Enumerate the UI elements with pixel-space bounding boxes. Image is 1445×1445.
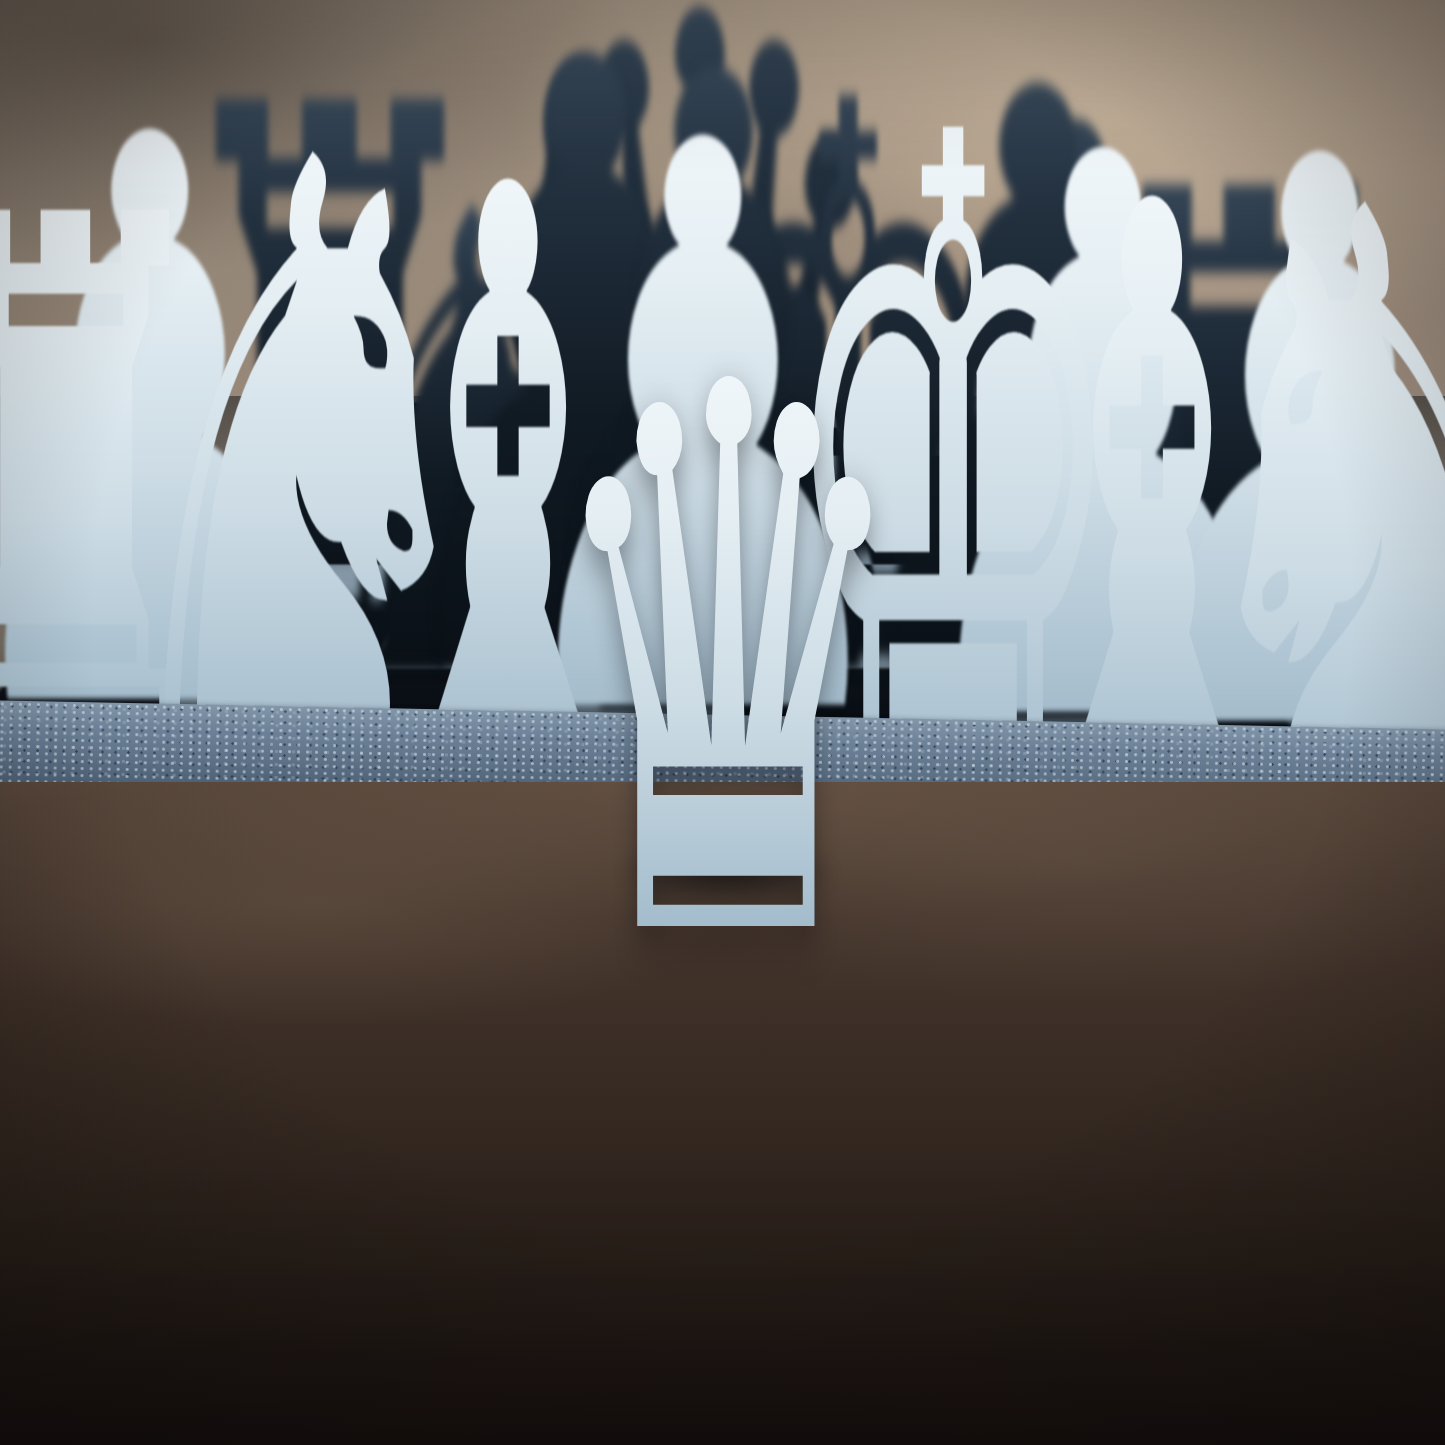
black-knight-glyph: ♞ <box>1004 173 1332 803</box>
black-knight-b8: ♞ <box>296 132 624 762</box>
black-rook-glyph: ♜ <box>148 8 512 788</box>
white-pawn-d2: ♟ <box>486 44 920 824</box>
black-king-e8: ♚ <box>682 0 1013 838</box>
white-pawn-glyph: ♟ <box>486 44 920 824</box>
black-pawn-glyph: ♟ <box>492 0 936 795</box>
featured-queen-shadow <box>578 836 878 910</box>
black-bishop-c8: ♝ <box>398 0 754 823</box>
black-pawn-c7: ♟ <box>360 0 812 794</box>
black-pawn-d7: ♟ <box>492 0 936 795</box>
black-king-glyph: ♚ <box>682 0 1013 838</box>
black-rook-a8: ♜ <box>148 8 512 788</box>
black-bishop-glyph: ♝ <box>398 0 754 823</box>
black-knight-glyph: ♞ <box>296 132 624 762</box>
white-pawn-f2: ♟ <box>888 57 1318 830</box>
white-pawn-glyph: ♟ <box>888 57 1318 830</box>
chess-set-photo: ♜♞♝♛♚♝♞♜♟♟♟♟♟♟♟♜♞♝♚♝♞♛ <box>0 0 1445 1445</box>
black-knight-g8: ♞ <box>1004 173 1332 803</box>
black-pawn-glyph: ♟ <box>360 0 812 794</box>
black-pawn-f7: ♟ <box>820 0 1256 799</box>
black-pawn-glyph: ♟ <box>820 0 1256 799</box>
